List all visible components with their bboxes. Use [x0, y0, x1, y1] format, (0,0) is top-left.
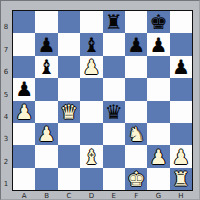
- square-a1[interactable]: [13, 168, 35, 190]
- square-h1[interactable]: ♜: [170, 168, 192, 190]
- square-g7[interactable]: ♟: [147, 33, 169, 55]
- square-h7[interactable]: [170, 33, 192, 55]
- square-c7[interactable]: [58, 33, 80, 55]
- square-e5[interactable]: [103, 78, 125, 100]
- square-b6[interactable]: ♝: [35, 56, 57, 78]
- square-c3[interactable]: [58, 123, 80, 145]
- piece-black-pawn[interactable]: ♟: [170, 56, 192, 78]
- square-g6[interactable]: [147, 56, 169, 78]
- rank-label-4: 4: [1, 100, 11, 122]
- square-h6[interactable]: ♟: [170, 56, 192, 78]
- piece-black-queen[interactable]: ♛: [103, 101, 125, 123]
- square-c2[interactable]: [58, 145, 80, 167]
- rank-label-2: 2: [1, 144, 11, 166]
- square-b2[interactable]: [35, 145, 57, 167]
- square-f7[interactable]: ♟: [125, 33, 147, 55]
- square-d6[interactable]: ♟: [80, 56, 102, 78]
- square-g2[interactable]: ♟: [147, 145, 169, 167]
- square-e1[interactable]: [103, 168, 125, 190]
- file-label-e: E: [103, 192, 125, 200]
- square-g3[interactable]: [147, 123, 169, 145]
- square-b4[interactable]: [35, 101, 57, 123]
- rank-label-8: 8: [1, 10, 11, 32]
- square-h3[interactable]: [170, 123, 192, 145]
- piece-black-pawn[interactable]: ♟: [125, 33, 147, 55]
- piece-black-pawn[interactable]: ♟: [35, 33, 57, 55]
- square-e4[interactable]: ♛: [103, 101, 125, 123]
- rank-label-5: 5: [1, 77, 11, 99]
- square-c8[interactable]: [58, 11, 80, 33]
- square-a8[interactable]: [13, 11, 35, 33]
- piece-black-pawn[interactable]: ♟: [13, 78, 35, 100]
- square-c6[interactable]: [58, 56, 80, 78]
- square-a5[interactable]: ♟: [13, 78, 35, 100]
- square-d3[interactable]: [80, 123, 102, 145]
- file-label-g: G: [147, 192, 169, 200]
- square-d7[interactable]: ♝: [80, 33, 102, 55]
- square-f1[interactable]: ♚: [125, 168, 147, 190]
- square-f3[interactable]: ♞: [125, 123, 147, 145]
- piece-white-king[interactable]: ♚: [125, 168, 147, 190]
- rank-label-7: 7: [1, 32, 11, 54]
- piece-black-king[interactable]: ♚: [147, 11, 169, 33]
- piece-white-pawn[interactable]: ♟: [35, 123, 57, 145]
- chess-board: ♜♚♟♝♟♟♝♟♟♟♟♛♛♟♞♝♟♟♚♜: [12, 10, 193, 191]
- square-h5[interactable]: [170, 78, 192, 100]
- square-f6[interactable]: [125, 56, 147, 78]
- square-a2[interactable]: [13, 145, 35, 167]
- piece-white-rook[interactable]: ♜: [170, 168, 192, 190]
- square-g5[interactable]: [147, 78, 169, 100]
- rank-label-3: 3: [1, 122, 11, 144]
- square-h2[interactable]: ♟: [170, 145, 192, 167]
- square-e8[interactable]: ♜: [103, 11, 125, 33]
- square-b1[interactable]: [35, 168, 57, 190]
- square-e2[interactable]: [103, 145, 125, 167]
- square-g4[interactable]: [147, 101, 169, 123]
- piece-white-pawn[interactable]: ♟: [80, 56, 102, 78]
- square-c1[interactable]: [58, 168, 80, 190]
- square-f5[interactable]: [125, 78, 147, 100]
- square-f8[interactable]: [125, 11, 147, 33]
- square-a4[interactable]: ♟: [13, 101, 35, 123]
- square-b5[interactable]: [35, 78, 57, 100]
- square-a3[interactable]: [13, 123, 35, 145]
- square-c4[interactable]: ♛: [58, 101, 80, 123]
- square-e7[interactable]: [103, 33, 125, 55]
- file-label-d: D: [80, 192, 102, 200]
- square-f2[interactable]: [125, 145, 147, 167]
- square-b8[interactable]: [35, 11, 57, 33]
- piece-white-pawn[interactable]: ♟: [13, 101, 35, 123]
- piece-white-knight[interactable]: ♞: [125, 123, 147, 145]
- piece-black-bishop[interactable]: ♝: [80, 33, 102, 55]
- square-d8[interactable]: [80, 11, 102, 33]
- square-g1[interactable]: [147, 168, 169, 190]
- file-label-b: B: [35, 192, 57, 200]
- rank-label-1: 1: [1, 167, 11, 189]
- square-c5[interactable]: [58, 78, 80, 100]
- file-label-f: F: [125, 192, 147, 200]
- square-d2[interactable]: ♝: [80, 145, 102, 167]
- square-f4[interactable]: [125, 101, 147, 123]
- file-label-a: A: [13, 192, 35, 200]
- square-d5[interactable]: [80, 78, 102, 100]
- piece-black-bishop[interactable]: ♝: [35, 56, 57, 78]
- square-h4[interactable]: [170, 101, 192, 123]
- square-b3[interactable]: ♟: [35, 123, 57, 145]
- piece-black-rook[interactable]: ♜: [103, 11, 125, 33]
- rank-label-6: 6: [1, 55, 11, 77]
- square-e6[interactable]: [103, 56, 125, 78]
- square-a7[interactable]: [13, 33, 35, 55]
- piece-white-pawn[interactable]: ♟: [170, 145, 192, 167]
- piece-white-queen[interactable]: ♛: [58, 101, 80, 123]
- square-h8[interactable]: [170, 11, 192, 33]
- file-label-h: H: [170, 192, 192, 200]
- file-label-c: C: [58, 192, 80, 200]
- square-g8[interactable]: ♚: [147, 11, 169, 33]
- piece-white-bishop[interactable]: ♝: [80, 145, 102, 167]
- square-a6[interactable]: [13, 56, 35, 78]
- piece-white-pawn[interactable]: ♟: [147, 145, 169, 167]
- board-frame: ♜♚♟♝♟♟♝♟♟♟♟♛♛♟♞♝♟♟♚♜ 87654321 ABCDEFGH: [0, 0, 200, 200]
- square-d4[interactable]: [80, 101, 102, 123]
- square-d1[interactable]: [80, 168, 102, 190]
- square-e3[interactable]: [103, 123, 125, 145]
- piece-black-pawn[interactable]: ♟: [147, 33, 169, 55]
- square-b7[interactable]: ♟: [35, 33, 57, 55]
